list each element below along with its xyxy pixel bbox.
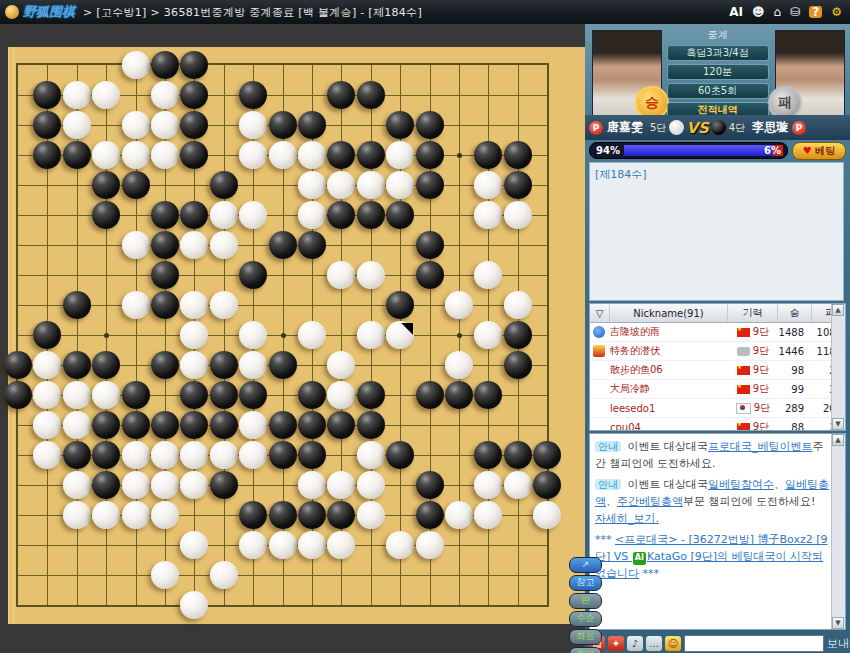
black-stone: [210, 381, 238, 409]
black-stone: [416, 381, 444, 409]
ai-icon[interactable]: AI: [729, 6, 743, 18]
ai-chip-icon: AI: [633, 552, 646, 564]
white-stone: [386, 171, 414, 199]
mic-icon[interactable]: ♪: [627, 636, 643, 651]
grid-line-h: [18, 575, 547, 576]
black-stone: [298, 501, 326, 529]
white-stone: [63, 81, 91, 109]
white-stone: [386, 531, 414, 559]
black-stone: [151, 351, 179, 379]
black-stone: [298, 411, 326, 439]
white-player-photo: 승: [592, 30, 662, 117]
black-stone: [151, 51, 179, 79]
white-stone: [357, 171, 385, 199]
white-stone: [122, 141, 150, 169]
black-stone: [416, 501, 444, 529]
zoom-button[interactable]: 확대: [569, 647, 602, 653]
smiley-icon[interactable]: ☺: [665, 636, 681, 651]
fox-go-client: 野狐围棋 > [고수방1] > 36581번중계방 중계종료 [백 불계승] -…: [0, 0, 850, 653]
white-stone: [151, 111, 179, 139]
win-rate-fill: [624, 145, 779, 156]
white-stone: [151, 81, 179, 109]
black-stone: [92, 471, 120, 499]
chat-icon[interactable]: …: [646, 636, 662, 651]
black-stone: [210, 351, 238, 379]
black-stone: [151, 291, 179, 319]
chat-tool-icons: ▤✦♪…☺: [589, 636, 681, 651]
white-stone: [298, 321, 326, 349]
black-stone: [269, 231, 297, 259]
white-stone: [298, 171, 326, 199]
black-stone: [151, 411, 179, 439]
white-stone: [151, 471, 179, 499]
black-stone: [386, 201, 414, 229]
wins: 1446: [778, 346, 812, 357]
black-player-name: 李思璇: [752, 119, 788, 136]
white-stone: [63, 411, 91, 439]
black-stone: [151, 261, 179, 289]
table-row[interactable]: cpu049단8824LV3: [590, 418, 845, 431]
white-stone: [533, 501, 561, 529]
black-stone: [269, 441, 297, 469]
white-stone-icon: [669, 120, 684, 135]
white-player-name: 唐嘉雯: [607, 119, 643, 136]
titlebar-icons: AI ☻⌂⛁?⚙: [729, 6, 850, 18]
white-stone: [151, 561, 179, 589]
main-time: 120분: [667, 64, 769, 80]
white-stone: [504, 291, 532, 319]
black-stone: [298, 381, 326, 409]
white-stone: [239, 351, 267, 379]
komi-rule: 흑덤3과3/4점: [667, 45, 769, 61]
gift-icon[interactable]: ✦: [608, 636, 624, 651]
star-point: [457, 153, 462, 158]
black-stone: [504, 441, 532, 469]
scroll-down-icon[interactable]: ▼: [832, 418, 844, 430]
black-stone: [504, 321, 532, 349]
titlebar-icon-slot: ☻⌂⛁?⚙: [752, 6, 842, 18]
white-stone: [122, 471, 150, 499]
black-stone: [92, 351, 120, 379]
byoyomi: 60초5회: [667, 83, 769, 99]
white-stone: [63, 111, 91, 139]
home-icon[interactable]: ⌂: [774, 6, 782, 18]
black-stone: [122, 171, 150, 199]
event-scrollbar[interactable]: ▲ ▼: [831, 434, 845, 629]
relay-label: 중계: [708, 28, 728, 42]
white-stone: [239, 321, 267, 349]
move-info-box[interactable]: [제184수]: [589, 162, 844, 301]
reference-button[interactable]: 참고: [569, 575, 602, 591]
black-stone: [210, 171, 238, 199]
black-stone: [416, 471, 444, 499]
black-stone: [357, 411, 385, 439]
bet-bar: 94% 6% ♥ 베팅: [589, 142, 846, 159]
flag-icon: [737, 347, 750, 356]
wins: 88: [778, 422, 812, 432]
table-row[interactable]: 特务的潜伏9단14461187LV11: [590, 342, 845, 361]
white-stone: [298, 141, 326, 169]
white-stone: [151, 141, 179, 169]
flag-icon: [736, 403, 751, 414]
event-message-box: 안내 이벤트 대상대국프로대국_베팅이벤트주간 챔피언에 도전하세요.안내 이벤…: [589, 433, 846, 630]
black-stone: [239, 261, 267, 289]
black-stone: [504, 351, 532, 379]
right-win-pct: 6%: [758, 145, 787, 156]
black-stone: [298, 231, 326, 259]
vs-label: VS: [686, 119, 708, 137]
white-stone: [92, 501, 120, 529]
white-player-p-icon[interactable]: P: [589, 121, 603, 135]
white-stone: [63, 471, 91, 499]
black-stone: [92, 201, 120, 229]
black-stone: [416, 231, 444, 259]
white-stone: [210, 231, 238, 259]
white-stone: [122, 501, 150, 529]
black-stone: [4, 351, 32, 379]
white-stone: [239, 441, 267, 469]
breadcrumb: > [고수방1] > 36581번중계방 중계종료 [백 불계승] - [제18…: [83, 5, 422, 20]
black-stone: [357, 81, 385, 109]
star-point: [457, 333, 462, 338]
white-stone: [357, 321, 385, 349]
white-stone: [357, 471, 385, 499]
spectator-list-header: ▽ Nickname(91) 기력 승 패 BetLv: [590, 304, 845, 323]
table-row[interactable]: 大局冷静9단9939LV5: [590, 380, 845, 399]
table-row[interactable]: 吉隆坡的雨9단14881086LV3: [590, 323, 845, 342]
event-link[interactable]: 일베팅참여수: [708, 478, 774, 491]
white-stone: [386, 141, 414, 169]
white-stone: [269, 531, 297, 559]
white-stone: [210, 201, 238, 229]
white-stone: [180, 591, 208, 619]
black-stone: [357, 201, 385, 229]
black-stone: [63, 141, 91, 169]
white-stone: [122, 231, 150, 259]
event-scroll-up-icon[interactable]: ▲: [832, 434, 844, 446]
black-stone: [269, 351, 297, 379]
chat-input-bar: ▤✦♪…☺ 보내기→: [585, 633, 850, 653]
white-stone: [122, 111, 150, 139]
black-stone: [416, 111, 444, 139]
spectator-scrollbar[interactable]: ▲ ▼: [831, 304, 845, 430]
white-stone: [504, 471, 532, 499]
black-stone: [504, 171, 532, 199]
white-stone: [239, 201, 267, 229]
move-number: [제184수]: [595, 168, 647, 181]
black-stone: [239, 81, 267, 109]
white-stone: [239, 531, 267, 559]
white-stone: [504, 201, 532, 229]
white-stone: [210, 441, 238, 469]
moves-button[interactable]: 수순: [569, 611, 602, 627]
black-stone: [357, 381, 385, 409]
black-stone: [239, 501, 267, 529]
event-link[interactable]: 자세히_보기.: [595, 512, 659, 525]
black-stone: [445, 381, 473, 409]
flag-icon: [737, 328, 750, 337]
col-rank[interactable]: 기력: [728, 304, 778, 322]
white-stone: [92, 81, 120, 109]
vs-row: P 唐嘉雯 5단 VS 4단 李思璇 P: [585, 115, 850, 140]
user-icon[interactable]: ☻: [752, 6, 765, 18]
table-row[interactable]: leesedo19단289206LV3: [590, 399, 845, 418]
black-stone: [92, 441, 120, 469]
right-panel: 승 패 중계 흑덤3과3/4점 120분 60초5회 전적내역 P 唐嘉雯 5단: [585, 24, 850, 653]
black-stone: [92, 411, 120, 439]
nickname: 大局冷静: [610, 382, 728, 396]
coords-button[interactable]: 좌표: [569, 629, 602, 645]
rank: 9단: [754, 401, 770, 415]
col-nickname[interactable]: Nickname(91): [610, 304, 728, 322]
black-stone: [357, 141, 385, 169]
black-stone: [269, 111, 297, 139]
black-stone: [151, 231, 179, 259]
event-link[interactable]: 주간베팅총액: [617, 495, 683, 508]
black-stone: [210, 411, 238, 439]
black-stone: [4, 381, 32, 409]
win-rate-bar: 94% 6%: [589, 142, 788, 159]
white-stone: [122, 441, 150, 469]
spectator-rows: 吉隆坡的雨9단14881086LV3特务的潜伏9단14461187LV11散步的…: [590, 323, 845, 431]
white-stone: [210, 561, 238, 589]
white-stone: [239, 141, 267, 169]
black-stone: [151, 201, 179, 229]
black-stone: [92, 171, 120, 199]
wins: 1488: [778, 327, 812, 338]
rank: 9단: [753, 344, 769, 358]
wins: 98: [778, 365, 812, 376]
chat-input[interactable]: [684, 635, 824, 652]
nickname: 散步的鱼06: [610, 363, 728, 377]
title-bar: 野狐围棋 > [고수방1] > 36581번중계방 중계종료 [백 불계승] -…: [0, 0, 850, 24]
black-stone: [386, 291, 414, 319]
black-stone: [416, 171, 444, 199]
black-stone: [63, 351, 91, 379]
white-stone: [445, 501, 473, 529]
white-stone: [239, 111, 267, 139]
white-stone: [92, 141, 120, 169]
rank: 9단: [753, 382, 769, 396]
left-win-pct: 94%: [590, 145, 626, 156]
event-message: 안내 이벤트 대상대국일베팅참여수、일베팅총액、주간베팅총액부문 챔피언에 도전…: [595, 476, 829, 527]
rank: 9단: [753, 325, 769, 339]
black-stone: [269, 411, 297, 439]
nickname: cpu04: [610, 422, 728, 432]
wins: 289: [778, 403, 812, 414]
white-stone: [357, 441, 385, 469]
white-stone: [269, 141, 297, 169]
nickname: 特务的潜伏: [610, 344, 728, 358]
rank: 9단: [753, 420, 769, 431]
white-stone: [357, 261, 385, 289]
black-stone-icon: [711, 120, 726, 135]
event-message: *** <프로대국> - [36272번방] 博子Boxz2 [9단] VS A…: [595, 531, 829, 582]
white-stone: [445, 291, 473, 319]
scroll-up-icon[interactable]: ▲: [832, 304, 844, 316]
white-stone: [298, 471, 326, 499]
board-tool-buttons: ↗참고판수순좌표확대: [569, 557, 602, 653]
filter-icon[interactable]: ▽: [590, 304, 610, 322]
spectator-list: ▽ Nickname(91) 기력 승 패 BetLv 吉隆坡的雨9단14881…: [589, 303, 846, 431]
black-stone: [386, 111, 414, 139]
member-icon: [593, 326, 605, 338]
black-stone: [122, 411, 150, 439]
export-button[interactable]: ↗: [569, 557, 602, 573]
white-stone: [239, 411, 267, 439]
black-stone: [269, 501, 297, 529]
black-player-photo: 패: [775, 30, 845, 117]
white-stone: [63, 501, 91, 529]
black-stone: [416, 261, 444, 289]
black-player-p-icon[interactable]: P: [792, 121, 806, 135]
white-stone: [151, 441, 179, 469]
event-message: 안내 이벤트 대상대국프로대국_베팅이벤트주간 챔피언에 도전하세요.: [595, 438, 829, 472]
fox-logo-icon: [5, 5, 19, 19]
white-stone: [298, 531, 326, 559]
nickname: leesedo1: [610, 403, 728, 414]
star-point: [281, 333, 286, 338]
send-button[interactable]: 보내기→: [827, 636, 850, 651]
white-stone: [357, 501, 385, 529]
black-stone: [298, 111, 326, 139]
event-messages: 안내 이벤트 대상대국프로대국_베팅이벤트주간 챔피언에 도전하세요.안내 이벤…: [590, 434, 845, 590]
black-stone: [298, 441, 326, 469]
notice-badge: 안내: [595, 479, 621, 490]
black-stone: [63, 291, 91, 319]
black-stone: [533, 441, 561, 469]
black-stone: [63, 441, 91, 469]
flag-icon: [737, 423, 750, 432]
nickname: 吉隆坡的雨: [610, 325, 728, 339]
black-stone: [504, 141, 532, 169]
gift-icon[interactable]: ⛁: [790, 6, 800, 18]
settings-icon[interactable]: ⚙: [831, 6, 842, 18]
white-stone: [92, 381, 120, 409]
black-player-rank: 4단: [729, 121, 745, 135]
white-stone: [416, 531, 444, 559]
white-player-rank: 5단: [650, 121, 666, 135]
table-row[interactable]: 散步的鱼069단9822LV1: [590, 361, 845, 380]
white-stone: [122, 291, 150, 319]
player-header: 승 패 중계 흑덤3과3/4점 120분 60초5회 전적내역 P 唐嘉雯 5단: [585, 24, 850, 140]
game-info: 중계 흑덤3과3/4점 120분 60초5회 전적내역: [663, 28, 772, 128]
board-panel: [0, 24, 585, 653]
black-stone: [122, 381, 150, 409]
white-stone: [210, 291, 238, 319]
white-stone: [298, 201, 326, 229]
event-link[interactable]: 프로대국_베팅이벤트: [708, 440, 813, 453]
black-stone: [416, 141, 444, 169]
white-stone: [445, 351, 473, 379]
black-stone: [239, 381, 267, 409]
flag-icon: [737, 366, 750, 375]
col-wins[interactable]: 승: [778, 304, 812, 322]
go-board[interactable]: [8, 47, 585, 624]
flag-icon: [737, 385, 750, 394]
rank: 9단: [753, 363, 769, 377]
black-stone: [533, 471, 561, 499]
app-logo[interactable]: 野狐围棋: [23, 3, 75, 21]
help-icon[interactable]: ?: [809, 6, 822, 18]
event-scroll-down-icon[interactable]: ▼: [832, 617, 844, 629]
board-button[interactable]: 판: [569, 593, 602, 609]
notice-badge: 안내: [595, 441, 621, 452]
white-stone: [151, 501, 179, 529]
white-stone: [63, 381, 91, 409]
black-stone: [386, 441, 414, 469]
bet-button[interactable]: ♥ 베팅: [792, 142, 846, 160]
wins: 99: [778, 384, 812, 395]
vip-icon: [593, 345, 605, 357]
white-stone: [122, 51, 150, 79]
black-stone: [210, 471, 238, 499]
